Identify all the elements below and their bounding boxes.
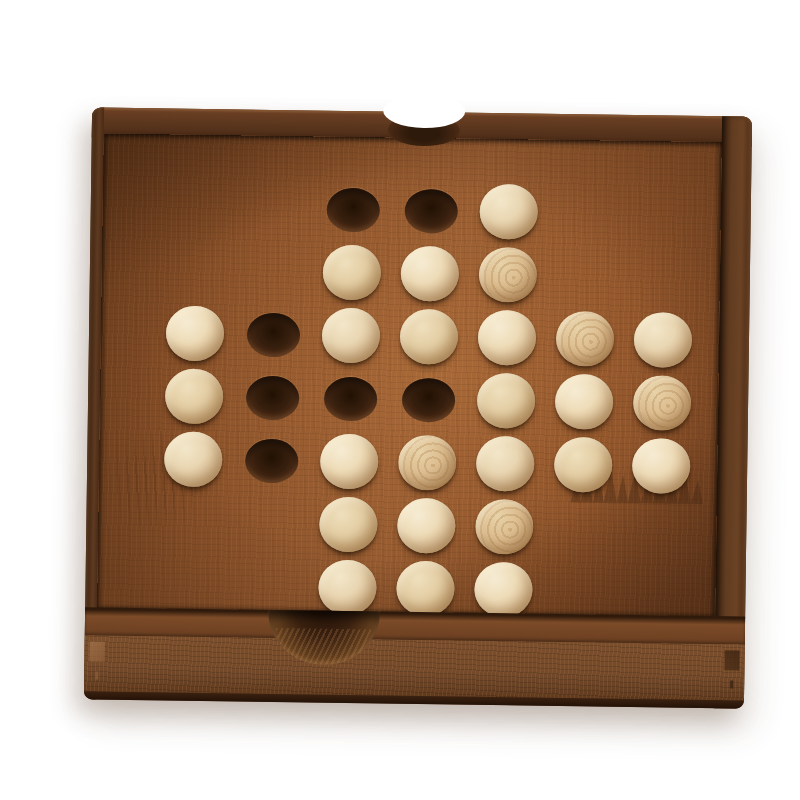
wooden-solitaire-box	[84, 107, 752, 708]
cell-r5c7	[622, 434, 701, 498]
empty-hole-r1c3[interactable]	[326, 187, 380, 232]
peg-ball-r5c7[interactable]	[632, 438, 691, 494]
offboard-r2c6	[546, 244, 625, 308]
cell-r1c4	[391, 179, 470, 243]
cell-r4c3	[311, 367, 390, 431]
cell-r4c7	[623, 371, 702, 435]
offboard-r6c1	[153, 490, 232, 554]
peg-ball-r3c3[interactable]	[322, 308, 381, 364]
front-face	[84, 635, 745, 700]
product-photo-scene	[0, 0, 800, 800]
offboard-r1c6	[547, 181, 626, 245]
peg-ball-r3c6[interactable]	[556, 311, 615, 367]
peg-ball-r3c4[interactable]	[400, 309, 459, 365]
peg-ball-r5c3[interactable]	[320, 434, 379, 490]
offboard-r6c7	[621, 497, 700, 561]
cell-r3c1	[156, 301, 235, 365]
empty-hole-r1c4[interactable]	[404, 188, 458, 233]
offboard-r2c2	[234, 239, 313, 303]
peg-ball-r5c5[interactable]	[476, 436, 535, 492]
peg-ball-r6c3[interactable]	[319, 497, 378, 553]
cell-r5c3	[310, 430, 389, 494]
cell-r3c2	[234, 302, 313, 366]
peg-board-grid	[152, 175, 704, 624]
offboard-r1c1	[157, 175, 236, 239]
cell-r6c5	[465, 495, 544, 559]
peg-ball-r5c6[interactable]	[554, 437, 613, 493]
offboard-r6c6	[543, 496, 622, 560]
empty-hole-r4c3[interactable]	[323, 376, 377, 421]
cell-r2c5	[468, 243, 547, 307]
offboard-r6c2	[231, 491, 310, 555]
cell-r1c5	[469, 180, 548, 244]
cell-r6c3	[309, 492, 388, 556]
peg-ball-r6c5[interactable]	[475, 499, 534, 555]
cell-r5c5	[466, 432, 545, 496]
peg-ball-r2c3[interactable]	[323, 245, 382, 301]
peg-ball-r6c4[interactable]	[397, 498, 456, 554]
cell-r3c6	[546, 307, 625, 371]
cell-r5c1	[154, 427, 233, 491]
cell-r4c6	[545, 370, 624, 434]
offboard-r1c7	[625, 182, 704, 246]
cell-r4c5	[467, 369, 546, 433]
cell-r3c4	[390, 305, 469, 369]
peg-ball-r4c5[interactable]	[477, 373, 536, 429]
peg-ball-r5c4[interactable]	[398, 435, 457, 491]
peg-ball-r3c5[interactable]	[478, 310, 537, 366]
cell-r2c3	[312, 241, 391, 305]
empty-hole-r4c2[interactable]	[245, 375, 299, 420]
box-front-wall	[84, 607, 745, 708]
peg-ball-r4c1[interactable]	[165, 368, 224, 424]
cell-r1c3	[313, 178, 392, 242]
empty-hole-r4c4[interactable]	[401, 377, 455, 422]
peg-ball-r4c7[interactable]	[633, 375, 692, 431]
empty-hole-r3c2[interactable]	[246, 312, 300, 357]
cell-r4c1	[155, 364, 234, 428]
cell-r4c4	[389, 368, 468, 432]
cell-r5c6	[544, 433, 623, 497]
cell-r2c4	[390, 242, 469, 306]
peg-ball-r5c1[interactable]	[164, 431, 223, 487]
empty-hole-r5c2[interactable]	[244, 438, 298, 483]
cell-r5c4	[388, 431, 467, 495]
peg-ball-r7c3[interactable]	[318, 560, 377, 616]
peg-ball-r2c5[interactable]	[478, 247, 537, 303]
peg-ball-r1c5[interactable]	[479, 184, 538, 240]
cell-r3c5	[468, 306, 547, 370]
cell-r6c4	[387, 494, 466, 558]
peg-ball-r2c4[interactable]	[400, 246, 459, 302]
peg-ball-r7c5[interactable]	[474, 562, 533, 618]
finger-joint-right	[724, 650, 739, 670]
peg-ball-r3c1[interactable]	[166, 305, 225, 361]
cell-r4c2	[233, 365, 312, 429]
cell-r5c2	[232, 428, 311, 492]
cell-r3c3	[312, 304, 391, 368]
offboard-r1c2	[235, 176, 314, 240]
sliding-lid-board	[97, 134, 722, 617]
offboard-r2c7	[624, 245, 703, 309]
cell-r3c7	[624, 308, 703, 372]
offboard-r2c1	[156, 238, 235, 302]
peg-ball-r4c6[interactable]	[555, 374, 614, 430]
peg-ball-r3c7[interactable]	[634, 312, 693, 368]
peg-ball-r7c4[interactable]	[396, 561, 455, 617]
finger-joint-left	[89, 641, 104, 661]
